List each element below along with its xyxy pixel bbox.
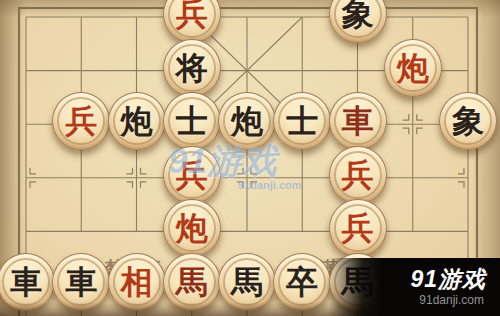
- piece-character: 炮: [219, 93, 275, 149]
- piece-character: 炮: [164, 200, 220, 256]
- piece-character: 炮: [385, 40, 441, 96]
- xiangqi-board-screenshot: 楚河 漢界 兵象将炮兵炮士炮士車象兵兵炮兵車車相馬馬卒馬 91游戏 91danj…: [0, 0, 500, 316]
- piece-black-象[interactable]: 象: [439, 92, 497, 150]
- piece-character: 兵: [330, 200, 386, 256]
- piece-character: 炮: [109, 93, 165, 149]
- piece-red-炮[interactable]: 炮: [384, 39, 442, 97]
- piece-red-兵[interactable]: 兵: [163, 0, 221, 43]
- piece-character: 車: [0, 254, 54, 310]
- piece-black-炮[interactable]: 炮: [108, 92, 166, 150]
- piece-red-兵[interactable]: 兵: [329, 199, 387, 257]
- piece-black-士[interactable]: 士: [163, 92, 221, 150]
- corner-watermark-site: 91danji.com: [419, 293, 484, 307]
- piece-character: 象: [440, 93, 496, 149]
- piece-character: 馬: [164, 254, 220, 310]
- piece-character: 兵: [164, 147, 220, 203]
- piece-black-炮[interactable]: 炮: [218, 92, 276, 150]
- piece-red-兵[interactable]: 兵: [52, 92, 110, 150]
- piece-character: 卒: [274, 254, 330, 310]
- piece-character: 車: [330, 93, 386, 149]
- piece-black-車[interactable]: 車: [52, 253, 110, 311]
- piece-red-馬[interactable]: 馬: [163, 253, 221, 311]
- piece-red-相[interactable]: 相: [108, 253, 166, 311]
- piece-character: 象: [330, 0, 386, 42]
- piece-character: 車: [53, 254, 109, 310]
- piece-red-兵[interactable]: 兵: [163, 146, 221, 204]
- piece-character: 将: [164, 40, 220, 96]
- piece-black-馬[interactable]: 馬: [218, 253, 276, 311]
- corner-watermark-band: 91游戏 91danji.com: [328, 258, 500, 316]
- piece-character: 士: [164, 93, 220, 149]
- piece-red-炮[interactable]: 炮: [163, 199, 221, 257]
- piece-red-車[interactable]: 車: [329, 92, 387, 150]
- piece-character: 兵: [53, 93, 109, 149]
- piece-black-卒[interactable]: 卒: [273, 253, 331, 311]
- piece-black-象[interactable]: 象: [329, 0, 387, 43]
- piece-black-将[interactable]: 将: [163, 39, 221, 97]
- piece-red-兵[interactable]: 兵: [329, 146, 387, 204]
- piece-character: 馬: [219, 254, 275, 310]
- piece-black-士[interactable]: 士: [273, 92, 331, 150]
- corner-watermark-brand: 91游戏: [410, 267, 486, 292]
- piece-character: 士: [274, 93, 330, 149]
- piece-character: 兵: [330, 147, 386, 203]
- piece-character: 相: [109, 254, 165, 310]
- piece-black-車[interactable]: 車: [0, 253, 55, 311]
- piece-character: 兵: [164, 0, 220, 42]
